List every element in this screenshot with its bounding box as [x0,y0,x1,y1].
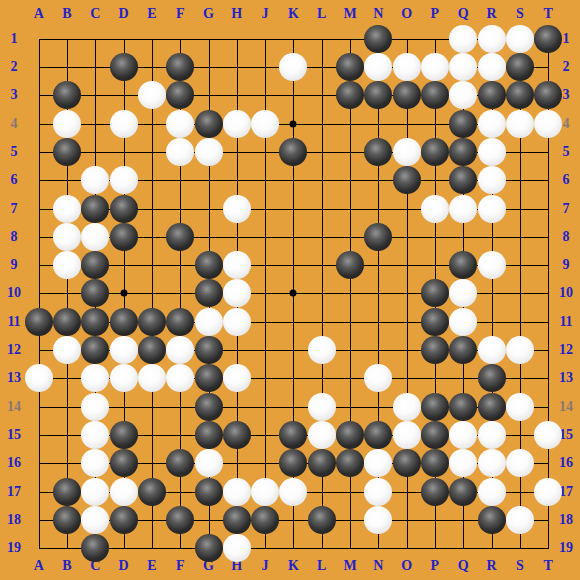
row-label-right: 18 [559,513,573,527]
column-label-top: S [516,7,524,21]
black-stone-M15 [336,421,364,449]
white-stone-F13 [166,364,194,392]
white-stone-C18 [81,506,109,534]
white-stone-Q15 [449,421,477,449]
white-stone-Q10 [449,279,477,307]
black-stone-D2 [110,53,138,81]
column-label-top: N [373,7,383,21]
white-stone-C6 [81,166,109,194]
row-label-right: 19 [559,541,573,555]
column-label-bottom: P [431,559,440,573]
black-stone-E17 [138,478,166,506]
white-stone-F4 [166,110,194,138]
white-stone-Q7 [449,195,477,223]
black-stone-R14 [478,393,506,421]
black-stone-E11 [138,308,166,336]
row-label-left: 4 [11,117,18,131]
row-label-left: 3 [11,88,18,102]
column-label-bottom: L [317,559,326,573]
black-stone-P3 [421,81,449,109]
white-stone-B7 [53,195,81,223]
white-stone-O2 [393,53,421,81]
white-stone-A13 [25,364,53,392]
column-label-top: H [231,7,242,21]
black-stone-G19 [195,534,223,562]
black-stone-B11 [53,308,81,336]
column-label-bottom: B [62,559,71,573]
column-label-top: C [90,7,100,21]
white-stone-F5 [166,138,194,166]
white-stone-Q3 [449,81,477,109]
white-stone-R1 [478,25,506,53]
go-board[interactable]: AA11BB22CC33DD44EE55FF66GG77HH88JJ99KK10… [0,0,580,580]
row-label-right: 3 [563,88,570,102]
white-stone-R7 [478,195,506,223]
white-stone-C15 [81,421,109,449]
row-label-left: 2 [11,60,18,74]
column-label-bottom: F [176,559,185,573]
row-label-left: 5 [11,145,18,159]
black-stone-S3 [506,81,534,109]
black-stone-Q4 [449,110,477,138]
white-stone-D17 [110,478,138,506]
white-stone-L14 [308,393,336,421]
white-stone-R12 [478,336,506,364]
white-stone-T17 [534,478,562,506]
black-stone-O6 [393,166,421,194]
column-label-top: O [401,7,412,21]
black-stone-D7 [110,195,138,223]
column-label-top: L [317,7,326,21]
column-label-bottom: Q [458,559,469,573]
black-stone-G10 [195,279,223,307]
white-stone-H9 [223,251,251,279]
black-stone-M3 [336,81,364,109]
black-stone-H15 [223,421,251,449]
star-point-K10 [290,290,297,297]
row-label-left: 12 [7,343,21,357]
white-stone-C8 [81,223,109,251]
white-stone-J4 [251,110,279,138]
row-label-right: 5 [563,145,570,159]
row-label-left: 16 [7,456,21,470]
white-stone-N18 [364,506,392,534]
white-stone-H10 [223,279,251,307]
white-stone-S4 [506,110,534,138]
column-label-bottom: S [516,559,524,573]
column-label-bottom: O [401,559,412,573]
row-label-left: 14 [7,400,21,414]
white-stone-Q16 [449,449,477,477]
black-stone-R3 [478,81,506,109]
column-label-bottom: T [543,559,552,573]
black-stone-F16 [166,449,194,477]
white-stone-O15 [393,421,421,449]
black-stone-P12 [421,336,449,364]
row-label-left: 17 [7,485,21,499]
white-stone-N17 [364,478,392,506]
black-stone-T3 [534,81,562,109]
row-label-left: 18 [7,513,21,527]
column-label-bottom: N [373,559,383,573]
white-stone-D13 [110,364,138,392]
white-stone-T15 [534,421,562,449]
white-stone-G5 [195,138,223,166]
white-stone-R9 [478,251,506,279]
black-stone-M16 [336,449,364,477]
white-stone-N2 [364,53,392,81]
black-stone-A11 [25,308,53,336]
white-stone-R4 [478,110,506,138]
column-label-top: J [262,7,269,21]
black-stone-C11 [81,308,109,336]
white-stone-F12 [166,336,194,364]
black-stone-N15 [364,421,392,449]
black-stone-B17 [53,478,81,506]
black-stone-C7 [81,195,109,223]
column-label-bottom: A [34,559,44,573]
black-stone-K15 [279,421,307,449]
white-stone-Q2 [449,53,477,81]
row-label-left: 6 [11,173,18,187]
column-label-top: K [288,7,299,21]
row-label-left: 11 [7,315,20,329]
black-stone-P5 [421,138,449,166]
row-label-right: 7 [563,202,570,216]
row-label-right: 12 [559,343,573,357]
row-label-right: 6 [563,173,570,187]
white-stone-B9 [53,251,81,279]
black-stone-K5 [279,138,307,166]
black-stone-S2 [506,53,534,81]
column-label-top: D [119,7,129,21]
row-label-right: 11 [559,315,572,329]
black-stone-P15 [421,421,449,449]
row-label-left: 10 [7,286,21,300]
black-stone-G15 [195,421,223,449]
column-label-bottom: D [119,559,129,573]
black-stone-Q5 [449,138,477,166]
row-label-right: 8 [563,230,570,244]
white-stone-S18 [506,506,534,534]
white-stone-Q11 [449,308,477,336]
black-stone-P16 [421,449,449,477]
white-stone-R16 [478,449,506,477]
black-stone-R13 [478,364,506,392]
white-stone-C14 [81,393,109,421]
row-label-right: 13 [559,371,573,385]
black-stone-D18 [110,506,138,534]
row-label-left: 9 [11,258,18,272]
black-stone-G12 [195,336,223,364]
black-stone-F3 [166,81,194,109]
black-stone-R18 [478,506,506,534]
row-label-right: 4 [563,117,570,131]
black-stone-M2 [336,53,364,81]
white-stone-S12 [506,336,534,364]
black-stone-C19 [81,534,109,562]
white-stone-H19 [223,534,251,562]
white-stone-P7 [421,195,449,223]
black-stone-T1 [534,25,562,53]
row-label-left: 1 [11,32,18,46]
column-label-bottom: E [147,559,156,573]
black-stone-Q17 [449,478,477,506]
white-stone-R2 [478,53,506,81]
white-stone-B8 [53,223,81,251]
black-stone-P14 [421,393,449,421]
white-stone-R15 [478,421,506,449]
column-label-top: R [486,7,496,21]
black-stone-Q9 [449,251,477,279]
white-stone-S16 [506,449,534,477]
black-stone-B5 [53,138,81,166]
white-stone-L15 [308,421,336,449]
black-stone-N1 [364,25,392,53]
column-label-bottom: J [262,559,269,573]
white-stone-Q1 [449,25,477,53]
black-stone-J18 [251,506,279,534]
black-stone-P10 [421,279,449,307]
column-label-top: T [543,7,552,21]
row-label-right: 9 [563,258,570,272]
white-stone-S1 [506,25,534,53]
column-label-top: E [147,7,156,21]
white-stone-R17 [478,478,506,506]
white-stone-R6 [478,166,506,194]
column-label-top: Q [458,7,469,21]
black-stone-B18 [53,506,81,534]
white-stone-D6 [110,166,138,194]
black-stone-F18 [166,506,194,534]
white-stone-D12 [110,336,138,364]
column-label-top: P [431,7,440,21]
white-stone-T4 [534,110,562,138]
white-stone-E3 [138,81,166,109]
black-stone-N8 [364,223,392,251]
black-stone-G17 [195,478,223,506]
black-stone-P11 [421,308,449,336]
black-stone-L18 [308,506,336,534]
row-label-right: 10 [559,286,573,300]
column-label-top: M [343,7,356,21]
white-stone-D4 [110,110,138,138]
white-stone-O14 [393,393,421,421]
black-stone-C12 [81,336,109,364]
black-stone-C10 [81,279,109,307]
star-point-K4 [290,120,297,127]
white-stone-B4 [53,110,81,138]
black-stone-D11 [110,308,138,336]
white-stone-H17 [223,478,251,506]
black-stone-L16 [308,449,336,477]
white-stone-H11 [223,308,251,336]
black-stone-O16 [393,449,421,477]
white-stone-E13 [138,364,166,392]
white-stone-R5 [478,138,506,166]
star-point-D10 [120,290,127,297]
row-label-left: 7 [11,202,18,216]
white-stone-K17 [279,478,307,506]
white-stone-P2 [421,53,449,81]
black-stone-Q6 [449,166,477,194]
white-stone-K2 [279,53,307,81]
column-label-top: A [34,7,44,21]
row-label-left: 8 [11,230,18,244]
white-stone-L12 [308,336,336,364]
black-stone-C9 [81,251,109,279]
white-stone-H4 [223,110,251,138]
black-stone-E12 [138,336,166,364]
white-stone-G16 [195,449,223,477]
black-stone-G14 [195,393,223,421]
white-stone-H13 [223,364,251,392]
black-stone-D16 [110,449,138,477]
black-stone-F11 [166,308,194,336]
white-stone-J17 [251,478,279,506]
row-label-right: 2 [563,60,570,74]
black-stone-B3 [53,81,81,109]
row-label-left: 15 [7,428,21,442]
black-stone-N3 [364,81,392,109]
column-label-bottom: K [288,559,299,573]
black-stone-F2 [166,53,194,81]
grid-line-horizontal [39,548,549,549]
black-stone-G9 [195,251,223,279]
black-stone-N5 [364,138,392,166]
black-stone-O3 [393,81,421,109]
black-stone-G13 [195,364,223,392]
black-stone-G4 [195,110,223,138]
black-stone-K16 [279,449,307,477]
column-label-bottom: R [486,559,496,573]
white-stone-H7 [223,195,251,223]
white-stone-N16 [364,449,392,477]
row-label-left: 19 [7,541,21,555]
black-stone-Q14 [449,393,477,421]
white-stone-C16 [81,449,109,477]
row-label-left: 13 [7,371,21,385]
black-stone-D8 [110,223,138,251]
black-stone-H18 [223,506,251,534]
black-stone-Q12 [449,336,477,364]
black-stone-M9 [336,251,364,279]
row-label-right: 1 [563,32,570,46]
column-label-top: B [62,7,71,21]
row-label-right: 16 [559,456,573,470]
white-stone-B12 [53,336,81,364]
column-label-bottom: M [343,559,356,573]
white-stone-C13 [81,364,109,392]
white-stone-N13 [364,364,392,392]
white-stone-S14 [506,393,534,421]
black-stone-D15 [110,421,138,449]
column-label-top: G [203,7,214,21]
black-stone-P17 [421,478,449,506]
black-stone-F8 [166,223,194,251]
white-stone-C17 [81,478,109,506]
white-stone-G11 [195,308,223,336]
row-label-right: 14 [559,400,573,414]
column-label-top: F [176,7,185,21]
white-stone-O5 [393,138,421,166]
